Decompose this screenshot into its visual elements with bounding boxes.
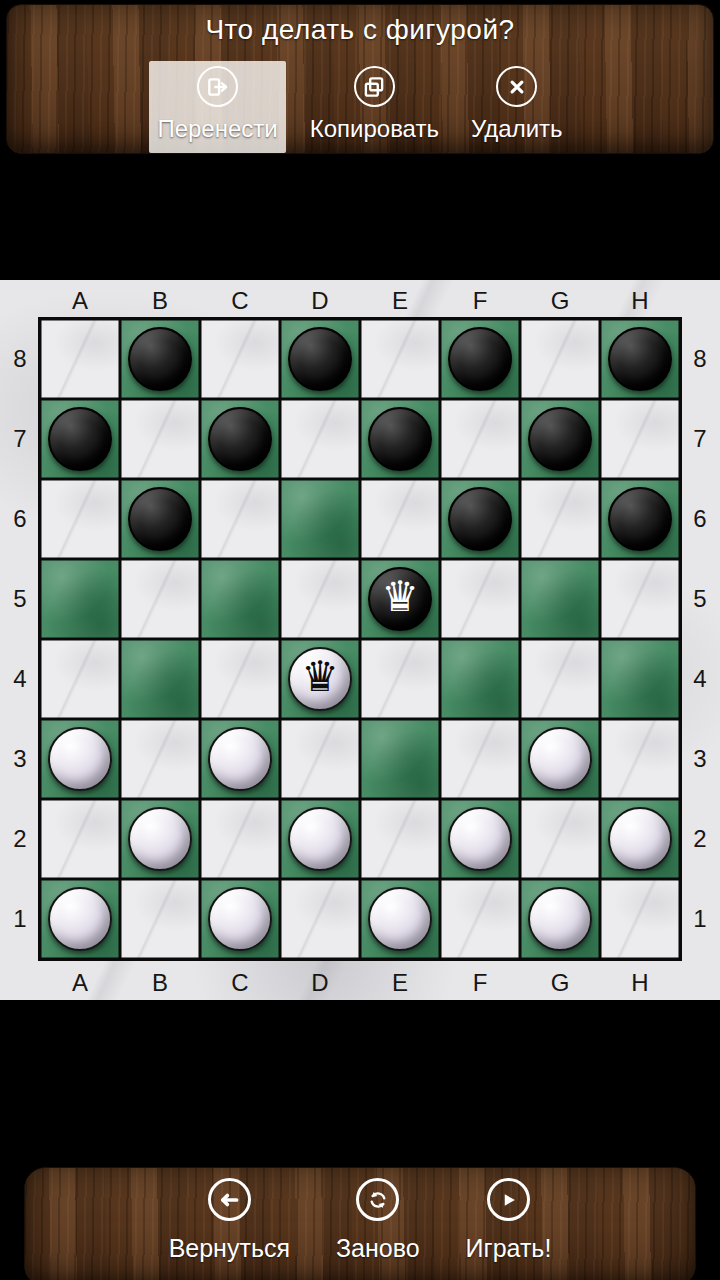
file-label-d-bottom: D [280,969,360,997]
square-c3[interactable] [200,719,280,799]
square-g5[interactable] [520,559,600,639]
file-label-e-bottom: E [360,969,440,997]
black-man-a7[interactable] [48,407,112,471]
rank-label-8-left: 8 [0,319,40,399]
rank-label-3-left: 3 [0,719,40,799]
board-area: ABCDEFGH 87654321 ♛♛ 87654321 ABCDEFGH [0,280,720,1000]
file-label-a-bottom: A [40,969,120,997]
square-d3[interactable] [280,719,360,799]
king-crown-icon: ♛ [301,656,339,698]
white-man-c3[interactable] [208,727,272,791]
square-b1[interactable] [120,879,200,959]
file-label-b-bottom: B [120,969,200,997]
black-man-h8[interactable] [608,327,672,391]
square-e2[interactable] [360,799,440,879]
file-label-c-top: C [200,287,280,315]
rank-label-6-left: 6 [0,479,40,559]
back-button-label: Вернуться [169,1234,290,1263]
square-b4[interactable] [120,639,200,719]
file-label-g-bottom: G [520,969,600,997]
square-f8[interactable] [440,319,520,399]
checkers-board: ♛♛ [38,317,682,961]
black-man-h6[interactable] [608,487,672,551]
delete-button[interactable]: Удалить [463,61,571,153]
black-king-e5[interactable]: ♛ [368,567,432,631]
file-label-f-bottom: F [440,969,520,997]
square-e6[interactable] [360,479,440,559]
square-c2[interactable] [200,799,280,879]
copy-button[interactable]: Копировать [302,61,447,153]
square-d8[interactable] [280,319,360,399]
white-man-g1[interactable] [528,887,592,951]
square-g2[interactable] [520,799,600,879]
white-man-a1[interactable] [48,887,112,951]
square-a7[interactable] [40,399,120,479]
square-f7[interactable] [440,399,520,479]
file-labels-top: ABCDEFGH [40,287,680,315]
square-g7[interactable] [520,399,600,479]
square-d4[interactable]: ♛ [280,639,360,719]
copy-button-label: Копировать [310,115,439,143]
rank-label-2-right: 2 [680,799,720,879]
square-f2[interactable] [440,799,520,879]
square-c4[interactable] [200,639,280,719]
rank-labels-left: 87654321 [0,319,40,959]
bottom-buttons: ВернутьсяЗановоИграть! [25,1176,695,1280]
white-man-h2[interactable] [608,807,672,871]
square-b2[interactable] [120,799,200,879]
square-b8[interactable] [120,319,200,399]
white-man-e1[interactable] [368,887,432,951]
play-button[interactable]: Играть! [460,1176,558,1280]
black-man-f6[interactable] [448,487,512,551]
square-c7[interactable] [200,399,280,479]
square-d1[interactable] [280,879,360,959]
square-b7[interactable] [120,399,200,479]
rank-label-2-left: 2 [0,799,40,879]
king-crown-icon: ♛ [381,576,419,618]
square-e1[interactable] [360,879,440,959]
file-label-c-bottom: C [200,969,280,997]
square-c8[interactable] [200,319,280,399]
square-e8[interactable] [360,319,440,399]
square-h8[interactable] [600,319,680,399]
square-h6[interactable] [600,479,680,559]
file-label-e-top: E [360,287,440,315]
rank-label-1-left: 1 [0,879,40,959]
square-a8[interactable] [40,319,120,399]
back-button[interactable]: Вернуться [163,1176,296,1280]
square-e5[interactable]: ♛ [360,559,440,639]
screen: Что делать с фигурой? ПеренестиКопироват… [0,0,720,1280]
square-a4[interactable] [40,639,120,719]
white-man-a3[interactable] [48,727,112,791]
square-g6[interactable] [520,479,600,559]
rank-label-7-left: 7 [0,399,40,479]
square-e3[interactable] [360,719,440,799]
square-f3[interactable] [440,719,520,799]
restart-button-label: Заново [336,1234,420,1263]
rank-labels-right: 87654321 [680,319,720,959]
square-h1[interactable] [600,879,680,959]
black-man-c7[interactable] [208,407,272,471]
square-c5[interactable] [200,559,280,639]
dialog-title: Что делать с фигурой? [7,14,713,46]
rank-label-4-right: 4 [680,639,720,719]
rank-label-4-left: 4 [0,639,40,719]
black-man-g7[interactable] [528,407,592,471]
white-king-d4[interactable]: ♛ [288,647,352,711]
black-man-f8[interactable] [448,327,512,391]
square-f1[interactable] [440,879,520,959]
square-a3[interactable] [40,719,120,799]
square-d5[interactable] [280,559,360,639]
copy-icon [354,66,395,107]
file-label-f-top: F [440,287,520,315]
square-e4[interactable] [360,639,440,719]
black-man-b8[interactable] [128,327,192,391]
square-c1[interactable] [200,879,280,959]
rank-label-5-left: 5 [0,559,40,639]
dialog-buttons: ПеренестиКопироватьУдалить [7,61,713,153]
file-label-a-top: A [40,287,120,315]
square-a1[interactable] [40,879,120,959]
rank-label-7-right: 7 [680,399,720,479]
rank-label-1-right: 1 [680,879,720,959]
file-labels-bottom: ABCDEFGH [40,969,680,997]
square-a6[interactable] [40,479,120,559]
square-b5[interactable] [120,559,200,639]
white-man-b2[interactable] [128,807,192,871]
delete-button-label: Удалить [471,115,563,143]
square-g8[interactable] [520,319,600,399]
square-h4[interactable] [600,639,680,719]
square-g3[interactable] [520,719,600,799]
white-man-d2[interactable] [288,807,352,871]
black-man-d8[interactable] [288,327,352,391]
square-d7[interactable] [280,399,360,479]
bottom-bar: ВернутьсяЗановоИграть! [24,1167,696,1280]
white-man-g3[interactable] [528,727,592,791]
move-button-label: Перенести [157,115,277,143]
square-f6[interactable] [440,479,520,559]
move-out-icon [197,66,238,107]
play-icon [487,1178,530,1221]
square-a2[interactable] [40,799,120,879]
delete-icon [496,66,537,107]
piece-action-dialog: Что делать с фигурой? ПеренестиКопироват… [6,4,714,154]
square-b6[interactable] [120,479,200,559]
square-h5[interactable] [600,559,680,639]
white-man-f2[interactable] [448,807,512,871]
file-label-h-top: H [600,287,680,315]
play-button-label: Играть! [466,1234,552,1263]
square-d6[interactable] [280,479,360,559]
back-icon [208,1178,251,1221]
white-man-c1[interactable] [208,887,272,951]
black-man-e7[interactable] [368,407,432,471]
move-button[interactable]: Перенести [149,61,285,153]
square-f5[interactable] [440,559,520,639]
square-f4[interactable] [440,639,520,719]
restart-button[interactable]: Заново [330,1176,426,1280]
rank-label-8-right: 8 [680,319,720,399]
square-g1[interactable] [520,879,600,959]
square-b3[interactable] [120,719,200,799]
file-label-h-bottom: H [600,969,680,997]
square-c6[interactable] [200,479,280,559]
square-e7[interactable] [360,399,440,479]
file-label-g-top: G [520,287,600,315]
rank-label-5-right: 5 [680,559,720,639]
file-label-d-top: D [280,287,360,315]
square-g4[interactable] [520,639,600,719]
square-h7[interactable] [600,399,680,479]
file-label-b-top: B [120,287,200,315]
rank-label-6-right: 6 [680,479,720,559]
square-a5[interactable] [40,559,120,639]
square-h2[interactable] [600,799,680,879]
square-h3[interactable] [600,719,680,799]
restart-icon [356,1178,399,1221]
rank-label-3-right: 3 [680,719,720,799]
square-d2[interactable] [280,799,360,879]
black-man-b6[interactable] [128,487,192,551]
